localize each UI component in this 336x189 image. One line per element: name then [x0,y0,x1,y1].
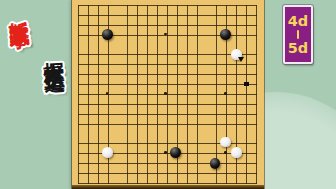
stone-white [102,147,113,158]
stone-black [170,147,181,158]
star-point [161,147,171,158]
rank-bottom: 5d [288,41,308,56]
square-marker [242,79,252,89]
star-point [220,89,231,99]
stone-white [231,49,242,60]
board-bottom-edge [72,185,264,189]
star-point [161,89,171,99]
rank-top: 4d [288,14,308,29]
stone-black [210,158,221,169]
star-point [220,147,231,158]
stone-black [220,29,231,40]
triangle-marker [238,57,244,62]
title-primary: 斩断实战恶手 [7,5,27,16]
stone-white [220,137,231,148]
stone-black [102,29,113,40]
go-board [72,0,264,189]
board-cells [73,0,261,188]
thumbnail-stage: 斩断实战恶手 探索棋之正道 4d 5d [0,0,336,189]
star-point [161,29,171,40]
stone-white [231,147,242,158]
star-point [102,89,113,99]
rank-divider [297,30,300,39]
rank-badge: 4d 5d [283,5,313,64]
title-secondary: 探索棋之正道 [42,44,63,58]
